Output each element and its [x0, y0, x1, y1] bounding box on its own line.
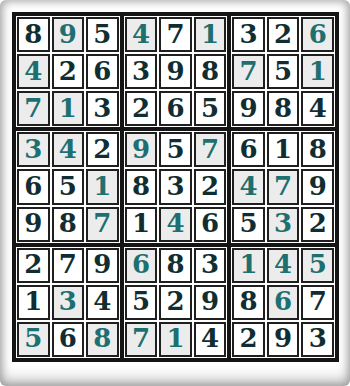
solved-digit: 9 — [24, 210, 42, 236]
box-9: 145867293 — [231, 247, 335, 358]
cell-r6c7[interactable]: 5 — [232, 207, 265, 242]
cell-r6c9[interactable]: 2 — [301, 207, 334, 242]
cell-r9c7[interactable]: 2 — [232, 322, 265, 357]
solved-digit: 6 — [59, 325, 77, 351]
box-3: 326751984 — [231, 16, 335, 127]
cell-r1c1[interactable]: 8 — [17, 17, 50, 52]
solved-digit: 6 — [24, 173, 42, 199]
cell-r1c6[interactable]: 1 — [194, 17, 227, 52]
solved-digit: 5 — [93, 21, 111, 47]
cell-r2c5[interactable]: 9 — [159, 54, 192, 89]
solved-digit: 2 — [201, 173, 219, 199]
given-digit: 9 — [59, 21, 77, 47]
solved-digit: 6 — [201, 210, 219, 236]
solved-digit: 8 — [274, 95, 292, 121]
sudoku-board: 8954267134713982653267519843426519879578… — [12, 12, 339, 362]
given-digit: 3 — [59, 288, 77, 314]
solved-digit: 2 — [274, 21, 292, 47]
solved-digit: 4 — [93, 288, 111, 314]
solved-digit: 9 — [240, 95, 258, 121]
cell-r1c2[interactable]: 9 — [52, 17, 85, 52]
given-digit: 3 — [274, 210, 292, 236]
solved-digit: 5 — [201, 95, 219, 121]
solved-digit: 2 — [24, 251, 42, 277]
cell-r9c5[interactable]: 1 — [159, 322, 192, 357]
cell-r3c8[interactable]: 8 — [267, 91, 300, 126]
cell-r6c6[interactable]: 6 — [194, 207, 227, 242]
given-digit: 4 — [132, 21, 150, 47]
solved-digit: 8 — [201, 58, 219, 84]
cell-r4c8[interactable]: 1 — [267, 132, 300, 167]
cell-r6c2[interactable]: 8 — [52, 207, 85, 242]
given-digit: 1 — [240, 251, 258, 277]
cell-r9c4[interactable]: 7 — [125, 322, 158, 357]
box-1: 895426713 — [16, 16, 120, 127]
cell-r8c5[interactable]: 2 — [159, 285, 192, 320]
given-digit: 1 — [166, 325, 184, 351]
solved-digit: 3 — [93, 95, 111, 121]
cell-r9c6[interactable]: 4 — [194, 322, 227, 357]
cell-r9c3[interactable]: 8 — [86, 322, 119, 357]
cell-r3c4[interactable]: 2 — [125, 91, 158, 126]
cell-r4c3[interactable]: 2 — [86, 132, 119, 167]
cell-r4c6[interactable]: 7 — [194, 132, 227, 167]
cell-r7c5[interactable]: 8 — [159, 248, 192, 283]
solved-digit: 8 — [59, 210, 77, 236]
solved-digit: 2 — [132, 95, 150, 121]
solved-digit: 7 — [166, 21, 184, 47]
box-7: 279134568 — [16, 247, 120, 358]
cell-r1c4[interactable]: 4 — [125, 17, 158, 52]
given-digit: 7 — [274, 173, 292, 199]
cell-r9c9[interactable]: 3 — [301, 322, 334, 357]
given-digit: 1 — [59, 95, 77, 121]
given-digit: 4 — [59, 136, 77, 162]
cell-r8c2[interactable]: 3 — [52, 285, 85, 320]
box-8: 683529714 — [124, 247, 228, 358]
solved-digit: 9 — [201, 288, 219, 314]
cell-r5c6[interactable]: 2 — [194, 169, 227, 204]
cell-r4c7[interactable]: 6 — [232, 132, 265, 167]
given-digit: 6 — [274, 288, 292, 314]
cell-r3c3[interactable]: 3 — [86, 91, 119, 126]
cell-r1c8[interactable]: 2 — [267, 17, 300, 52]
cell-r7c3[interactable]: 9 — [86, 248, 119, 283]
given-digit: 5 — [309, 251, 327, 277]
cell-r3c5[interactable]: 6 — [159, 91, 192, 126]
cell-r4c2[interactable]: 4 — [52, 132, 85, 167]
cell-r2c3[interactable]: 6 — [86, 54, 119, 89]
solved-digit: 6 — [240, 136, 258, 162]
box-6: 618479532 — [231, 131, 335, 242]
cell-r3c9[interactable]: 4 — [301, 91, 334, 126]
cell-r7c7[interactable]: 1 — [232, 248, 265, 283]
cell-r1c3[interactable]: 5 — [86, 17, 119, 52]
solved-digit: 5 — [274, 58, 292, 84]
cell-r8c3[interactable]: 4 — [86, 285, 119, 320]
solved-digit: 8 — [240, 288, 258, 314]
cell-r9c8[interactable]: 9 — [267, 322, 300, 357]
cell-r2c9[interactable]: 1 — [301, 54, 334, 89]
given-digit: 4 — [274, 251, 292, 277]
cell-r4c5[interactable]: 5 — [159, 132, 192, 167]
given-digit: 8 — [93, 325, 111, 351]
given-digit: 4 — [166, 210, 184, 236]
cell-r6c3[interactable]: 7 — [86, 207, 119, 242]
solved-digit: 8 — [309, 136, 327, 162]
cell-r3c6[interactable]: 5 — [194, 91, 227, 126]
cell-r8c1[interactable]: 1 — [17, 285, 50, 320]
cell-r1c5[interactable]: 7 — [159, 17, 192, 52]
cell-r8c7[interactable]: 8 — [232, 285, 265, 320]
cell-r2c1[interactable]: 4 — [17, 54, 50, 89]
solved-digit: 7 — [59, 251, 77, 277]
cell-r6c4[interactable]: 1 — [125, 207, 158, 242]
solved-digit: 2 — [309, 210, 327, 236]
given-digit: 5 — [24, 325, 42, 351]
cell-r2c4[interactable]: 3 — [125, 54, 158, 89]
cell-r1c7[interactable]: 3 — [232, 17, 265, 52]
solved-digit: 1 — [132, 210, 150, 236]
solved-digit: 8 — [132, 173, 150, 199]
given-digit: 7 — [201, 136, 219, 162]
solved-digit: 9 — [166, 58, 184, 84]
solved-digit: 3 — [166, 173, 184, 199]
solved-digit: 3 — [132, 58, 150, 84]
cell-r4c9[interactable]: 8 — [301, 132, 334, 167]
cell-r5c7[interactable]: 4 — [232, 169, 265, 204]
box-5: 957832146 — [124, 131, 228, 242]
cell-r7c2[interactable]: 7 — [52, 248, 85, 283]
solved-digit: 5 — [166, 136, 184, 162]
solved-digit: 3 — [201, 251, 219, 277]
given-digit: 4 — [240, 173, 258, 199]
cell-r2c8[interactable]: 5 — [267, 54, 300, 89]
cell-r2c7[interactable]: 7 — [232, 54, 265, 89]
solved-digit: 4 — [309, 95, 327, 121]
given-digit: 3 — [24, 136, 42, 162]
cell-r3c7[interactable]: 9 — [232, 91, 265, 126]
cell-r5c3[interactable]: 1 — [86, 169, 119, 204]
solved-digit: 2 — [59, 58, 77, 84]
solved-digit: 5 — [59, 173, 77, 199]
box-2: 471398265 — [124, 16, 228, 127]
cell-r7c4[interactable]: 6 — [125, 248, 158, 283]
cell-r8c6[interactable]: 9 — [194, 285, 227, 320]
solved-digit: 9 — [309, 173, 327, 199]
solved-digit: 4 — [201, 325, 219, 351]
given-digit: 7 — [24, 95, 42, 121]
given-digit: 4 — [24, 58, 42, 84]
cell-r3c2[interactable]: 1 — [52, 91, 85, 126]
solved-digit: 2 — [93, 136, 111, 162]
box-4: 342651987 — [16, 131, 120, 242]
cell-r9c2[interactable]: 6 — [52, 322, 85, 357]
solved-digit: 3 — [309, 325, 327, 351]
solved-digit: 7 — [309, 288, 327, 314]
cell-r6c5[interactable]: 4 — [159, 207, 192, 242]
solved-digit: 8 — [24, 21, 42, 47]
cell-r5c1[interactable]: 6 — [17, 169, 50, 204]
cell-r3c1[interactable]: 7 — [17, 91, 50, 126]
cell-r8c8[interactable]: 6 — [267, 285, 300, 320]
cell-r8c4[interactable]: 5 — [125, 285, 158, 320]
cell-r6c8[interactable]: 3 — [267, 207, 300, 242]
cell-r5c2[interactable]: 5 — [52, 169, 85, 204]
cell-r7c9[interactable]: 5 — [301, 248, 334, 283]
given-digit: 6 — [309, 21, 327, 47]
page-card: 8954267134713982653267519843426519879578… — [0, 0, 350, 386]
solved-digit: 5 — [132, 288, 150, 314]
given-digit: 7 — [93, 210, 111, 236]
solved-digit: 2 — [240, 325, 258, 351]
given-digit: 1 — [201, 21, 219, 47]
cell-r5c9[interactable]: 9 — [301, 169, 334, 204]
cell-r6c1[interactable]: 9 — [17, 207, 50, 242]
cell-r4c1[interactable]: 3 — [17, 132, 50, 167]
solved-digit: 3 — [240, 21, 258, 47]
given-digit: 7 — [132, 325, 150, 351]
cell-r8c9[interactable]: 7 — [301, 285, 334, 320]
given-digit: 1 — [309, 58, 327, 84]
cell-r9c1[interactable]: 5 — [17, 322, 50, 357]
solved-digit: 8 — [166, 251, 184, 277]
cell-r7c8[interactable]: 4 — [267, 248, 300, 283]
solved-digit: 2 — [166, 288, 184, 314]
given-digit: 6 — [132, 251, 150, 277]
solved-digit: 5 — [240, 210, 258, 236]
solved-digit: 1 — [274, 136, 292, 162]
cell-r4c4[interactable]: 9 — [125, 132, 158, 167]
solved-digit: 9 — [93, 251, 111, 277]
cell-r2c2[interactable]: 2 — [52, 54, 85, 89]
cell-r7c1[interactable]: 2 — [17, 248, 50, 283]
given-digit: 7 — [240, 58, 258, 84]
solved-digit: 1 — [24, 288, 42, 314]
solved-digit: 6 — [166, 95, 184, 121]
cell-r5c8[interactable]: 7 — [267, 169, 300, 204]
cell-r1c9[interactable]: 6 — [301, 17, 334, 52]
cell-r2c6[interactable]: 8 — [194, 54, 227, 89]
cell-r7c6[interactable]: 3 — [194, 248, 227, 283]
solved-digit: 9 — [274, 325, 292, 351]
given-digit: 9 — [132, 136, 150, 162]
cell-r5c5[interactable]: 3 — [159, 169, 192, 204]
given-digit: 1 — [93, 173, 111, 199]
solved-digit: 6 — [93, 58, 111, 84]
cell-r5c4[interactable]: 8 — [125, 169, 158, 204]
